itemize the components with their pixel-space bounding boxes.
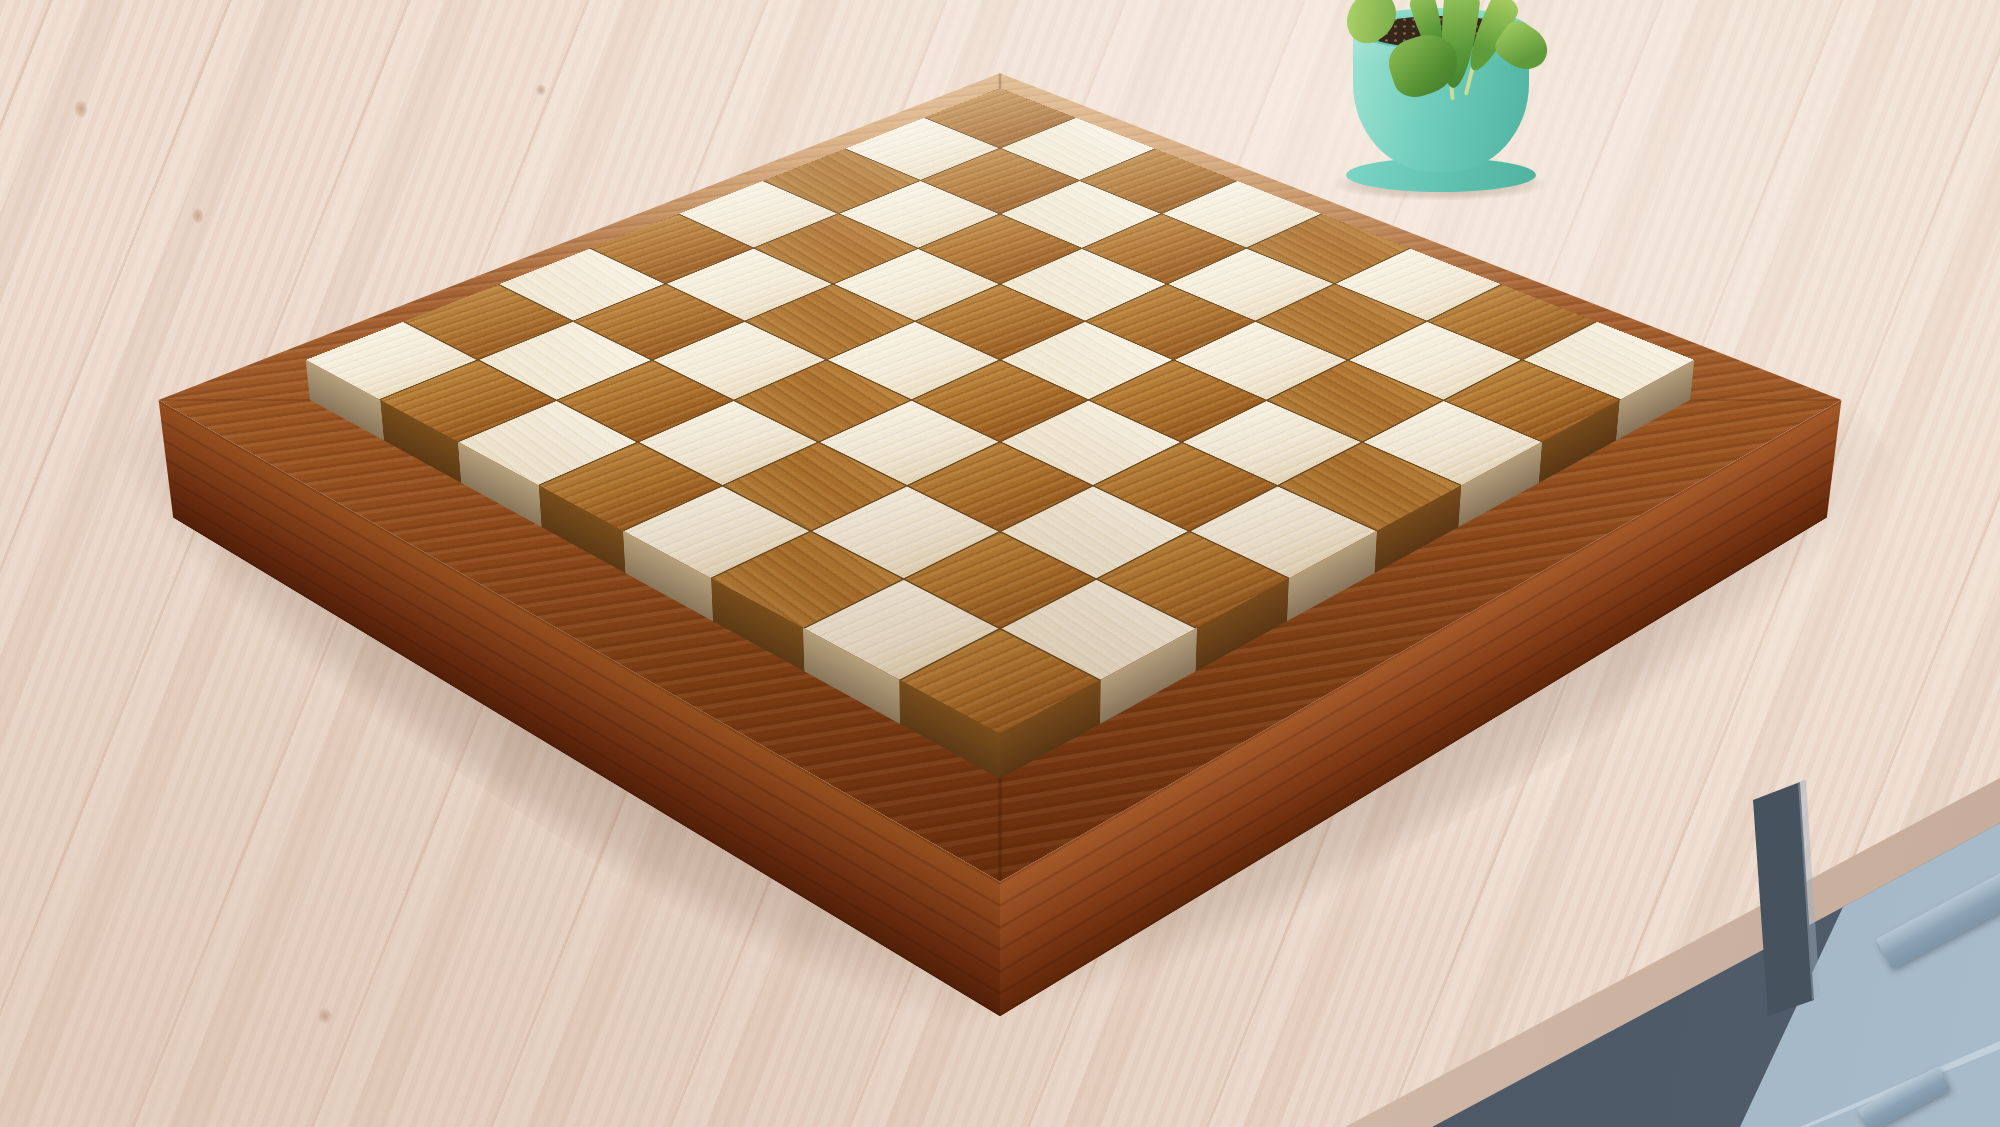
photo-scene: { "game": "chess", "position": "8/8/8/8/…	[0, 0, 2000, 1127]
chessboard	[159, 73, 1842, 881]
board-scene	[0, 0, 2000, 1127]
